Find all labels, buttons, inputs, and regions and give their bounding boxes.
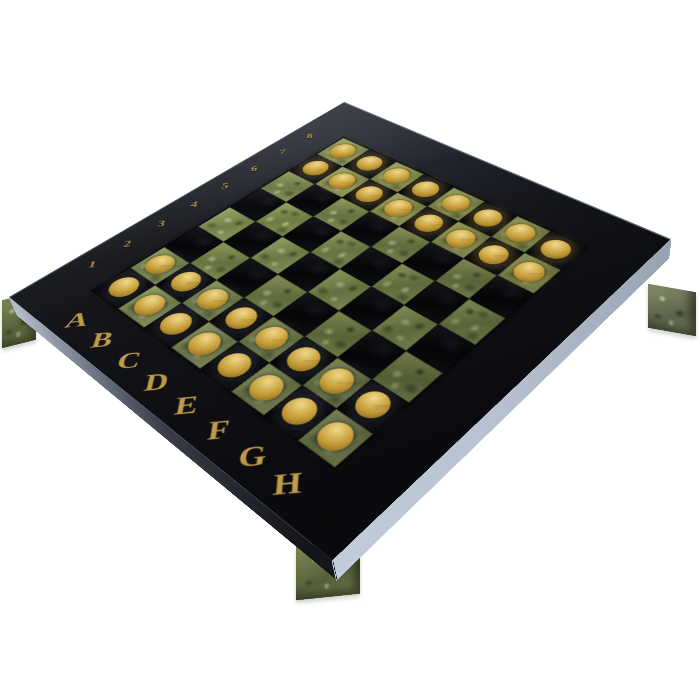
board-3d-stage: 87654321 ABCDEFGH ♜♞♝♛♚♝♞♜♟♟♟♟♟♟♟♟♟♟♟♟♟♟…: [105, 33, 575, 503]
file-label-h: H: [258, 448, 317, 508]
board-frame: 87654321 ABCDEFGH ♜♞♝♛♚♝♞♜♟♟♟♟♟♟♟♟♟♟♟♟♟♟…: [9, 102, 671, 560]
product-photo: 87654321 ABCDEFGH ♜♞♝♛♚♝♞♜♟♟♟♟♟♟♟♟♟♟♟♟♟♟…: [0, 0, 700, 700]
chess-board: 87654321 ABCDEFGH ♜♞♝♛♚♝♞♜♟♟♟♟♟♟♟♟♟♟♟♟♟♟…: [9, 102, 671, 560]
board-square: ♟: [498, 253, 561, 294]
piece-gold-pawn: ♟: [447, 199, 611, 279]
piece-dark-rook: ♜: [238, 303, 433, 445]
board-foot-right: [648, 284, 696, 336]
